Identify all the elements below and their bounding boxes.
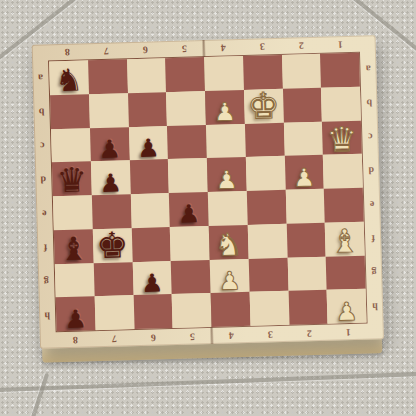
board-grid: ♞♟♚♟♟♛♛♟♟♟♟♝♚♞♝♟♟♟♟ [48, 52, 367, 333]
rank-label: 3 [243, 38, 282, 55]
file-label: h [367, 289, 384, 323]
square-d3[interactable] [246, 156, 286, 191]
file-label: g [38, 264, 55, 298]
square-h1[interactable]: ♟ [327, 289, 367, 324]
square-h2[interactable] [288, 290, 328, 325]
rank-label: 1 [321, 36, 360, 53]
square-b5[interactable] [166, 91, 206, 126]
square-h3[interactable] [249, 291, 289, 326]
piece-white-knight[interactable]: ♞ [209, 225, 249, 260]
square-e2[interactable] [285, 189, 325, 224]
square-c5[interactable] [167, 125, 207, 160]
file-label: h [39, 298, 56, 332]
piece-white-pawn[interactable]: ♟ [284, 155, 324, 190]
piece-black-bishop[interactable]: ♝ [54, 229, 94, 264]
piece-black-king[interactable]: ♚ [93, 228, 133, 263]
square-c1[interactable]: ♛ [322, 120, 362, 155]
square-e4[interactable] [208, 191, 248, 226]
rank-label: 5 [173, 328, 212, 345]
file-label: b [361, 85, 378, 119]
piece-white-king[interactable]: ♚ [244, 89, 284, 124]
rank-label: 4 [212, 327, 251, 344]
square-e3[interactable] [247, 190, 287, 225]
file-label: b [33, 94, 50, 128]
file-label: f [37, 230, 54, 264]
square-g4[interactable]: ♟ [210, 258, 250, 293]
square-f3[interactable] [247, 224, 287, 259]
file-label: a [32, 60, 49, 94]
piece-black-pawn[interactable]: ♟ [56, 296, 96, 331]
square-d1[interactable] [323, 154, 363, 189]
square-d4[interactable]: ♟ [207, 157, 247, 192]
square-d8[interactable]: ♛ [52, 162, 92, 197]
square-a1[interactable] [320, 53, 360, 88]
square-d7[interactable]: ♟ [91, 160, 131, 195]
rank-label: 1 [329, 324, 368, 341]
square-a2[interactable] [282, 54, 322, 89]
piece-white-queen[interactable]: ♛ [322, 120, 362, 155]
file-label: d [363, 153, 380, 187]
square-e5[interactable]: ♟ [169, 192, 209, 227]
square-a4[interactable] [204, 56, 244, 91]
square-e1[interactable] [324, 188, 364, 223]
rank-label: 6 [126, 41, 165, 58]
square-f2[interactable] [286, 222, 326, 257]
piece-black-pawn[interactable]: ♟ [91, 160, 131, 195]
piece-black-queen[interactable]: ♛ [52, 162, 92, 197]
square-g3[interactable] [248, 257, 288, 292]
rank-label: 5 [165, 40, 204, 57]
piece-white-pawn[interactable]: ♟ [327, 289, 367, 324]
rank-label: 7 [87, 42, 126, 59]
piece-white-bishop[interactable]: ♝ [325, 221, 365, 256]
piece-black-pawn[interactable]: ♟ [132, 261, 172, 296]
rank-label: 8 [56, 331, 95, 348]
square-c2[interactable] [283, 121, 323, 156]
square-f8[interactable]: ♝ [54, 229, 94, 264]
rank-label: 3 [251, 326, 290, 343]
square-h4[interactable] [211, 292, 251, 327]
file-label: g [366, 255, 383, 289]
square-g5[interactable] [171, 259, 211, 294]
file-label: a [360, 51, 377, 85]
piece-black-pawn[interactable]: ♟ [128, 126, 168, 161]
piece-white-pawn[interactable]: ♟ [207, 157, 247, 192]
tiled-floor: 87654321 87654321 abcdefgh abcdefgh ♞♟♚♟… [0, 0, 416, 416]
square-c7[interactable]: ♟ [90, 127, 130, 162]
square-e8[interactable] [53, 195, 93, 230]
square-f6[interactable] [131, 227, 171, 262]
square-g7[interactable] [93, 262, 133, 297]
square-a5[interactable] [165, 57, 205, 92]
square-b3[interactable]: ♚ [244, 89, 284, 124]
square-b8[interactable] [50, 94, 90, 129]
rank-label: 8 [48, 43, 87, 60]
square-a7[interactable] [88, 59, 128, 94]
square-b7[interactable] [89, 93, 129, 128]
file-label: c [34, 128, 51, 162]
piece-black-pawn[interactable]: ♟ [90, 127, 130, 162]
rank-label: 6 [134, 329, 173, 346]
square-f1[interactable]: ♝ [325, 221, 365, 256]
square-g8[interactable] [55, 263, 95, 298]
square-b4[interactable]: ♟ [205, 90, 245, 125]
square-c3[interactable] [245, 122, 285, 157]
square-a8[interactable]: ♞ [49, 60, 89, 95]
file-label: d [35, 162, 52, 196]
rank-label: 7 [95, 330, 134, 347]
square-b2[interactable] [282, 88, 322, 123]
square-h7[interactable] [94, 295, 134, 330]
square-f7[interactable]: ♚ [93, 228, 133, 263]
square-a6[interactable] [127, 58, 167, 93]
rank-label: 2 [282, 37, 321, 54]
square-b6[interactable] [128, 92, 168, 127]
square-g1[interactable] [326, 255, 366, 290]
piece-black-pawn[interactable]: ♟ [169, 192, 209, 227]
file-label: c [362, 119, 379, 153]
square-c8[interactable] [51, 128, 91, 163]
piece-white-pawn[interactable]: ♟ [205, 90, 245, 125]
square-h5[interactable] [172, 293, 212, 328]
square-c6[interactable]: ♟ [128, 126, 168, 161]
square-h8[interactable]: ♟ [56, 296, 96, 331]
square-d5[interactable] [168, 158, 208, 193]
square-b1[interactable] [321, 86, 361, 121]
square-h6[interactable] [133, 294, 173, 329]
chess-board: 87654321 87654321 abcdefgh abcdefgh ♞♟♚♟… [32, 35, 385, 362]
piece-black-knight[interactable]: ♞ [49, 60, 89, 95]
rank-label: 4 [204, 39, 243, 56]
rank-label: 2 [290, 325, 329, 342]
square-e6[interactable] [130, 193, 170, 228]
file-label: e [36, 196, 53, 230]
board-frame: 87654321 87654321 abcdefgh abcdefgh ♞♟♚♟… [32, 35, 384, 348]
square-g2[interactable] [287, 256, 327, 291]
square-f5[interactable] [170, 226, 210, 261]
square-f4[interactable]: ♞ [209, 225, 249, 260]
file-label: e [364, 187, 381, 221]
square-c4[interactable] [206, 123, 246, 158]
square-d6[interactable] [129, 159, 169, 194]
square-g6[interactable]: ♟ [132, 261, 172, 296]
square-d2[interactable]: ♟ [284, 155, 324, 190]
piece-white-pawn[interactable]: ♟ [210, 258, 250, 293]
file-label: f [365, 221, 382, 255]
